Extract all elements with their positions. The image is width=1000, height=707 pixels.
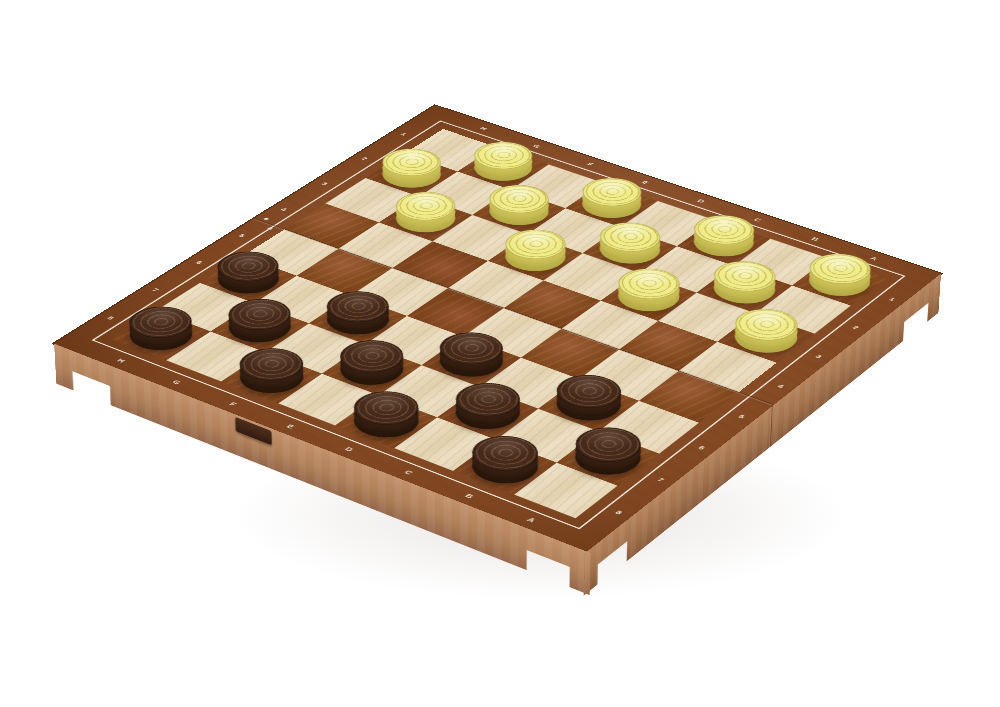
square-g7[interactable]: [210, 303, 308, 352]
piece-brown-f6[interactable]: [315, 298, 402, 341]
board-grid: [111, 129, 886, 518]
perspective-container: HH11GG22FF33EE44DD55CC66BB77AA88: [0, 0, 1000, 707]
piece-brown-f8[interactable]: [227, 355, 316, 400]
fold-seam-side: [769, 406, 772, 448]
checkers-board: HH11GG22FF33EE44DD55CC66BB77AA88: [51, 104, 944, 553]
piece-yellow-c1[interactable]: [682, 222, 765, 262]
piece-yellow-a3[interactable]: [723, 316, 809, 360]
piece-brown-b8[interactable]: [459, 443, 550, 492]
piece-yellow-c3[interactable]: [606, 276, 691, 318]
piece-yellow-a1[interactable]: [797, 261, 881, 303]
photo-canvas: HH11GG22FF33EE44DD55CC66BB77AA88: [0, 0, 1000, 707]
hinge-screw: [267, 227, 274, 230]
piece-brown-b6[interactable]: [544, 382, 633, 428]
square-h8[interactable]: [111, 311, 210, 360]
